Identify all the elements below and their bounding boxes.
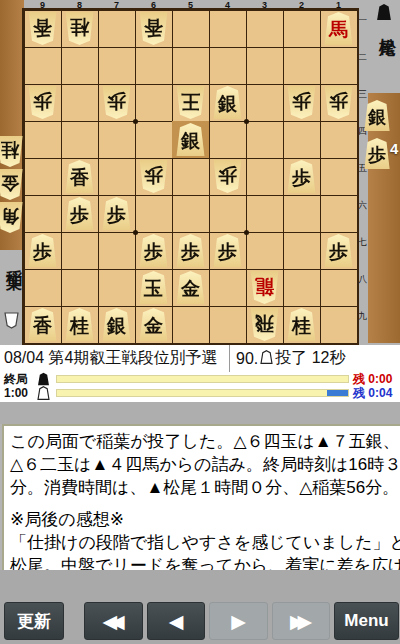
- hoshi-dot: [133, 230, 138, 235]
- gote-player-name: 稲葉: [3, 258, 24, 264]
- shogi-app-screen: 稲葉 松尾 987654321一二三四五六七八九香桂香馬歩歩王銀歩歩銀香歩歩歩歩…: [0, 0, 400, 644]
- event-title: 08/04 第4期叡王戦段位別予選: [0, 348, 229, 369]
- commentary-line-1: この局面で稲葉が投了した。△６四玉は▲７五銀、: [10, 430, 400, 453]
- sente-hand-count: 4: [390, 140, 398, 157]
- file-label-9: 9: [24, 0, 61, 10]
- forward-button[interactable]: ▶: [209, 602, 268, 640]
- fast-forward-button-label: ▶▶: [290, 610, 312, 633]
- hoshi-dot: [244, 119, 249, 124]
- remaining-time-segment: [327, 390, 348, 396]
- toolbar: 更新◀◀◀▶▶▶Menu: [0, 600, 400, 644]
- move-label: 投了 12秒: [275, 348, 345, 369]
- back-button-label: ◀: [169, 610, 184, 633]
- white-piece-icon: [37, 386, 51, 400]
- file-label-7: 7: [98, 0, 135, 10]
- clock-panel: 終局残 0:001:00残 0:04: [0, 372, 400, 402]
- fast-forward-button[interactable]: ▶▶: [272, 602, 330, 640]
- remaining-label-gote: 残 0:04: [353, 385, 392, 402]
- menu-button-label: Menu: [344, 611, 388, 631]
- rank-label-7: 七: [357, 237, 368, 247]
- back-button[interactable]: ◀: [147, 602, 205, 640]
- file-label-2: 2: [283, 0, 320, 10]
- sente-piece-icon: [376, 3, 392, 25]
- file-label-6: 6: [135, 0, 172, 10]
- clock-row-gote: 1:00残 0:04: [0, 386, 400, 400]
- sente-name-area: 松尾: [368, 0, 400, 93]
- rank-label-8: 八: [357, 274, 368, 284]
- commentary-line-2: △６二玉は▲４四馬からの詰み。終局時刻は16時３: [10, 453, 400, 476]
- sente-player-name: 松尾: [376, 24, 399, 30]
- white-piece-icon: [260, 350, 273, 368]
- refresh-button[interactable]: 更新: [4, 602, 64, 640]
- board-area: 稲葉 松尾 987654321一二三四五六七八九香桂香馬歩歩王銀歩歩銀香歩歩歩歩…: [0, 0, 400, 345]
- clock-label-gote: 1:00: [0, 386, 34, 400]
- hoshi-dot: [133, 119, 138, 124]
- rank-label-9: 九: [357, 311, 368, 321]
- rewind-button-label: ◀◀: [102, 610, 124, 633]
- commentary-line-4: [10, 499, 400, 508]
- rank-label-6: 六: [357, 200, 368, 210]
- last-move-text: 90. 投了 12秒: [230, 348, 346, 369]
- file-label-1: 1: [320, 0, 357, 10]
- spacer-band: [0, 402, 400, 424]
- file-label-4: 4: [209, 0, 246, 10]
- black-piece-icon: [37, 372, 51, 386]
- commentary-line-5: ※局後の感想※: [10, 508, 400, 531]
- gote-name-area: 稲葉: [0, 250, 24, 345]
- info-bar: 08/04 第4期叡王戦段位別予選 90. 投了 12秒: [0, 345, 400, 372]
- time-bar-gote: [56, 389, 349, 397]
- rank-label-1: 一: [357, 15, 368, 25]
- commentary-line-3: 分。消費時間は、▲松尾１時間０分、△稲葉56分。: [10, 476, 400, 499]
- menu-button[interactable]: Menu: [334, 602, 399, 640]
- time-bar-sente: [56, 375, 349, 383]
- commentary-line-6: 「仕掛けの段階で指しやすさを感じていました」と: [10, 531, 400, 554]
- rewind-button[interactable]: ◀◀: [84, 602, 143, 640]
- rank-label-2: 二: [357, 52, 368, 62]
- refresh-button-label: 更新: [17, 610, 51, 633]
- forward-button-label: ▶: [231, 610, 246, 633]
- rank-label-3: 三: [357, 89, 368, 99]
- move-number: 90.: [236, 350, 258, 368]
- hoshi-dot: [244, 230, 249, 235]
- gote-piece-icon: [4, 312, 19, 333]
- clock-row-sente: 終局残 0:00: [0, 372, 400, 386]
- file-label-5: 5: [172, 0, 209, 10]
- file-label-3: 3: [246, 0, 283, 10]
- commentary-box[interactable]: この局面で稲葉が投了した。△６四玉は▲７五銀、△６二玉は▲４四馬からの詰み。終局…: [2, 424, 400, 578]
- clock-label-sente: 終局: [0, 371, 34, 388]
- file-label-8: 8: [61, 0, 98, 10]
